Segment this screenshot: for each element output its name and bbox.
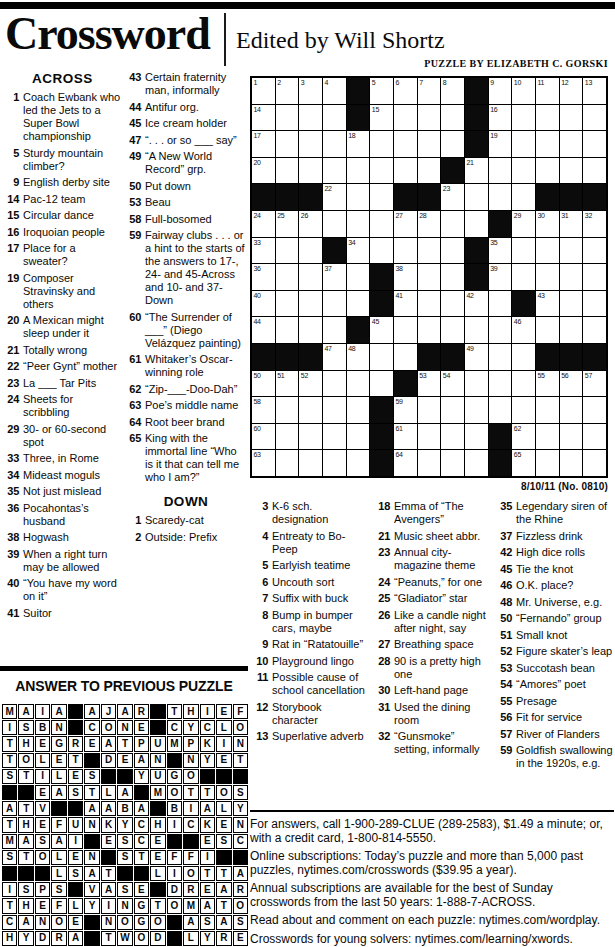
grid-cell[interactable]: 30 xyxy=(536,211,559,237)
grid-cell[interactable] xyxy=(583,158,606,184)
grid-cell[interactable] xyxy=(560,105,583,131)
grid-cell[interactable] xyxy=(418,238,441,264)
grid-cell[interactable] xyxy=(465,371,488,397)
clue-number: 21 xyxy=(4,344,23,357)
clue-text: Like a candle night after night, say xyxy=(394,609,493,635)
grid-cell[interactable] xyxy=(323,105,346,131)
grid-cell[interactable] xyxy=(276,424,299,450)
grid-cell[interactable] xyxy=(394,158,417,184)
clue: 38Hogwash xyxy=(4,531,121,544)
grid-cell[interactable] xyxy=(489,344,512,370)
grid-cell[interactable] xyxy=(465,184,488,210)
grid-cell[interactable] xyxy=(441,424,464,450)
cell-number: 31 xyxy=(561,211,568,220)
grid-cell-black xyxy=(276,344,299,370)
grid-cell[interactable]: 2 xyxy=(276,78,299,104)
grid-cell[interactable] xyxy=(299,291,322,317)
grid-cell[interactable] xyxy=(276,131,299,157)
grid-cell[interactable]: 6 xyxy=(394,78,417,104)
grid-cell[interactable]: 17 xyxy=(252,131,275,157)
grid-cell[interactable] xyxy=(418,291,441,317)
grid-cell[interactable] xyxy=(299,264,322,290)
grid-cell[interactable]: 29 xyxy=(512,211,535,237)
grid-cell[interactable]: 21 xyxy=(465,158,488,184)
grid-cell[interactable] xyxy=(583,131,606,157)
grid-cell[interactable]: 52 xyxy=(299,371,322,397)
grid-cell[interactable]: 44 xyxy=(252,317,275,343)
grid-cell[interactable]: 8 xyxy=(441,78,464,104)
grid-cell[interactable]: 43 xyxy=(536,291,559,317)
clue-text: Left-hand page xyxy=(394,684,493,697)
answer-cell-letter: A xyxy=(101,882,116,897)
grid-cell-black xyxy=(370,291,393,317)
cell-number: 44 xyxy=(254,317,261,326)
grid-cell[interactable] xyxy=(370,184,393,210)
grid-cell[interactable] xyxy=(465,317,488,343)
grid-cell[interactable]: 32 xyxy=(583,211,606,237)
clue-text: “A New World Record” grp. xyxy=(145,150,246,176)
grid-cell[interactable] xyxy=(560,131,583,157)
grid-cell[interactable]: 28 xyxy=(418,211,441,237)
grid-cell[interactable]: 62 xyxy=(512,424,535,450)
grid-cell[interactable] xyxy=(536,397,559,423)
grid-cell[interactable]: 3 xyxy=(299,78,322,104)
clue-number: 62 xyxy=(126,383,145,396)
grid-cell[interactable]: 59 xyxy=(394,397,417,423)
answer-cell-letter: R xyxy=(51,931,66,946)
grid-cell[interactable]: 53 xyxy=(418,371,441,397)
grid-cell[interactable] xyxy=(370,371,393,397)
answer-cell-letter: L xyxy=(35,753,50,768)
answer-cell-letter: E xyxy=(68,850,83,865)
clue-text: Coach Ewbank who led the Jets to a Super… xyxy=(23,91,121,143)
grid-cell[interactable] xyxy=(441,450,464,476)
grid-cell[interactable] xyxy=(489,397,512,423)
grid-cell[interactable] xyxy=(465,397,488,423)
grid-cell[interactable] xyxy=(276,450,299,476)
grid-cell[interactable] xyxy=(512,158,535,184)
grid-cell[interactable] xyxy=(441,317,464,343)
grid-cell[interactable]: 34 xyxy=(347,238,370,264)
grid-cell[interactable] xyxy=(465,211,488,237)
answer-cell-letter: T xyxy=(18,850,33,865)
answer-cell-letter: K xyxy=(200,736,215,751)
grid-cell[interactable] xyxy=(560,291,583,317)
cell-number: 27 xyxy=(395,211,402,220)
grid-cell[interactable]: 60 xyxy=(252,424,275,450)
grid-cell-black xyxy=(560,344,583,370)
clue: 44Antifur org. xyxy=(126,101,246,114)
grid-cell[interactable] xyxy=(276,238,299,264)
grid-cell[interactable] xyxy=(323,424,346,450)
grid-cell[interactable]: 35 xyxy=(489,238,512,264)
grid-cell[interactable] xyxy=(560,424,583,450)
puzzle-date-number: 8/10/11 (No. 0810) xyxy=(521,481,608,492)
grid-cell[interactable]: 16 xyxy=(489,105,512,131)
clue-number: 15 xyxy=(4,209,23,222)
grid-cell[interactable] xyxy=(347,397,370,423)
grid-cell[interactable] xyxy=(299,238,322,264)
answer-cell-black xyxy=(68,882,83,897)
grid-cell[interactable] xyxy=(441,238,464,264)
clue-number: 8 xyxy=(253,609,272,635)
grid-cell[interactable] xyxy=(583,264,606,290)
grid-cell[interactable] xyxy=(536,264,559,290)
grid-cell[interactable] xyxy=(536,450,559,476)
clue-text: Rat in “Ratatouille” xyxy=(272,638,367,651)
grid-cell[interactable] xyxy=(583,291,606,317)
cell-number: 34 xyxy=(348,238,355,247)
grid-cell[interactable]: 38 xyxy=(394,264,417,290)
grid-cell[interactable] xyxy=(394,105,417,131)
grid-cell[interactable]: 54 xyxy=(441,371,464,397)
grid-cell[interactable] xyxy=(394,344,417,370)
clue-text: Sturdy mountain climber? xyxy=(23,147,121,173)
clue-text: Entreaty to Bo-Peep xyxy=(272,530,367,556)
answer-cell-black xyxy=(233,850,248,865)
cell-number: 46 xyxy=(514,317,521,326)
grid-cell[interactable]: 37 xyxy=(323,264,346,290)
answer-cell-letter: E xyxy=(150,850,165,865)
grid-cell[interactable] xyxy=(276,264,299,290)
grid-cell[interactable]: 48 xyxy=(347,344,370,370)
grid-cell[interactable] xyxy=(418,397,441,423)
grid-cell[interactable] xyxy=(536,105,559,131)
clue-text: Uncouth sort xyxy=(272,576,367,589)
grid-cell[interactable] xyxy=(418,317,441,343)
grid-cell[interactable] xyxy=(512,397,535,423)
grid-cell[interactable] xyxy=(441,291,464,317)
grid-cell[interactable]: 55 xyxy=(536,371,559,397)
grid-cell[interactable] xyxy=(489,317,512,343)
grid-cell[interactable] xyxy=(441,131,464,157)
clue-text: Small knot xyxy=(516,629,615,642)
grid-cell[interactable]: 27 xyxy=(394,211,417,237)
answer-cell-letter: G xyxy=(134,898,149,913)
answer-cell-letter: I xyxy=(2,720,17,735)
cell-number: 41 xyxy=(395,291,402,300)
answer-cell-letter: S xyxy=(35,834,50,849)
grid-cell[interactable] xyxy=(536,131,559,157)
answer-cell-black xyxy=(183,834,198,849)
grid-cell[interactable] xyxy=(560,264,583,290)
grid-cell[interactable]: 5 xyxy=(370,78,393,104)
clue: 35Legendary siren of the Rhine xyxy=(497,500,615,526)
clue-text: Possible cause of school cancellation xyxy=(272,671,367,697)
answer-cell-letter: N xyxy=(51,720,66,735)
edited-by-line: Edited by Will Shortz xyxy=(236,26,445,54)
grid-cell[interactable] xyxy=(418,158,441,184)
grid-cell[interactable] xyxy=(441,264,464,290)
clue-text: King with the immortal line “Who is it t… xyxy=(145,432,246,484)
clue-number: 41 xyxy=(4,607,23,620)
answer-cell-letter: A xyxy=(84,801,99,816)
grid-cell[interactable] xyxy=(489,158,512,184)
grid-cell[interactable] xyxy=(536,238,559,264)
grid-cell[interactable] xyxy=(299,450,322,476)
clue-number: 4 xyxy=(253,530,272,556)
grid-cell[interactable]: 14 xyxy=(252,105,275,131)
answer-cell-letter: A xyxy=(51,785,66,800)
grid-cell[interactable]: 13 xyxy=(583,78,606,104)
grid-cell[interactable] xyxy=(276,397,299,423)
grid-cell[interactable]: 15 xyxy=(370,105,393,131)
grid-cell[interactable] xyxy=(418,264,441,290)
clue-text: Earlyish teatime xyxy=(272,559,367,572)
grid-cell[interactable]: 46 xyxy=(512,317,535,343)
grid-cell[interactable] xyxy=(323,291,346,317)
grid-cell[interactable]: 11 xyxy=(536,78,559,104)
grid-cell[interactable]: 51 xyxy=(276,371,299,397)
answer-cell-letter: E xyxy=(101,834,116,849)
grid-cell[interactable]: 9 xyxy=(489,78,512,104)
grid-cell[interactable] xyxy=(299,397,322,423)
grid-cell[interactable]: 26 xyxy=(299,211,322,237)
grid-cell[interactable] xyxy=(347,184,370,210)
grid-cell-black xyxy=(418,344,441,370)
grid-cell[interactable] xyxy=(512,344,535,370)
answer-cell-letter: C xyxy=(233,834,248,849)
answer-cell-letter: E xyxy=(200,834,215,849)
grid-cell[interactable] xyxy=(394,317,417,343)
answer-cell-letter: T xyxy=(68,753,83,768)
grid-cell[interactable] xyxy=(299,317,322,343)
grid-cell[interactable] xyxy=(560,238,583,264)
answer-cell-letter: S xyxy=(84,769,99,784)
clue-number: 27 xyxy=(375,638,394,651)
clue-number: 9 xyxy=(253,638,272,651)
answer-cell-black xyxy=(68,801,83,816)
grid-cell[interactable] xyxy=(465,450,488,476)
grid-cell[interactable] xyxy=(512,105,535,131)
answer-cell-letter: R xyxy=(233,882,248,897)
grid-cell[interactable]: 23 xyxy=(441,184,464,210)
grid-cell[interactable]: 19 xyxy=(489,131,512,157)
grid-cell[interactable] xyxy=(299,105,322,131)
answer-cell-letter: E xyxy=(68,915,83,930)
grid-cell[interactable] xyxy=(347,264,370,290)
grid-cell-black xyxy=(347,78,370,104)
grid-cell[interactable] xyxy=(583,238,606,264)
answer-cell-letter: T xyxy=(150,898,165,913)
grid-cell[interactable]: 25 xyxy=(276,211,299,237)
clue-text: Not just mislead xyxy=(23,485,121,498)
answer-cell-letter: U xyxy=(150,736,165,751)
answer-cell-letter: N xyxy=(183,753,198,768)
grid-cell[interactable] xyxy=(560,397,583,423)
grid-cell[interactable] xyxy=(347,371,370,397)
grid-cell[interactable] xyxy=(276,291,299,317)
grid-cell[interactable] xyxy=(276,158,299,184)
grid-cell[interactable] xyxy=(347,450,370,476)
clue-text: “. . . or so ___ say” xyxy=(145,134,246,147)
grid-cell[interactable] xyxy=(512,184,535,210)
answer-cell-letter: Y xyxy=(84,898,99,913)
clue-number: 11 xyxy=(253,671,272,697)
grid-cell[interactable] xyxy=(418,424,441,450)
grid-cell[interactable] xyxy=(441,397,464,423)
grid-cell[interactable] xyxy=(536,158,559,184)
grid-cell[interactable] xyxy=(536,424,559,450)
grid-cell[interactable] xyxy=(418,131,441,157)
grid-cell[interactable] xyxy=(323,317,346,343)
grid-cell[interactable] xyxy=(276,105,299,131)
clue-number: 49 xyxy=(126,150,145,176)
grid-cell[interactable] xyxy=(394,131,417,157)
answer-cell-letter: N xyxy=(117,720,132,735)
grid-cell[interactable] xyxy=(512,238,535,264)
subscription-info-line: For answers, call 1-900-289-CLUE (289-25… xyxy=(250,818,615,846)
answer-cell-letter: C xyxy=(134,817,149,832)
grid-cell[interactable]: 36 xyxy=(252,264,275,290)
cell-number: 25 xyxy=(277,211,284,220)
grid-cell[interactable]: 63 xyxy=(252,450,275,476)
grid-cell[interactable] xyxy=(276,317,299,343)
grid-cell[interactable] xyxy=(370,344,393,370)
clue-number: 2 xyxy=(126,531,145,544)
grid-cell[interactable]: 65 xyxy=(512,450,535,476)
grid-cell[interactable] xyxy=(323,397,346,423)
grid-cell[interactable]: 18 xyxy=(347,131,370,157)
grid-cell[interactable] xyxy=(583,397,606,423)
cell-number: 12 xyxy=(561,78,568,87)
grid-cell[interactable]: 45 xyxy=(370,317,393,343)
grid-cell[interactable]: 58 xyxy=(252,397,275,423)
answer-cell-letter: B xyxy=(35,720,50,735)
grid-cell[interactable] xyxy=(347,424,370,450)
grid-cell[interactable] xyxy=(370,211,393,237)
grid-cell[interactable]: 64 xyxy=(394,450,417,476)
grid-cell[interactable] xyxy=(512,131,535,157)
answer-cell-black xyxy=(200,769,215,784)
grid-cell[interactable] xyxy=(418,450,441,476)
cell-number: 22 xyxy=(324,184,331,193)
grid-cell[interactable] xyxy=(347,158,370,184)
grid-cell[interactable]: 57 xyxy=(583,371,606,397)
grid-cell[interactable] xyxy=(299,424,322,450)
grid-cell[interactable] xyxy=(489,291,512,317)
grid-cell[interactable] xyxy=(323,131,346,157)
grid-cell[interactable] xyxy=(299,131,322,157)
grid-cell[interactable] xyxy=(583,105,606,131)
previous-puzzle-answer-grid: MAIAAJARTHIEFISBNCONECYCLOTHEGREATPUMPKI… xyxy=(2,704,248,946)
grid-cell[interactable] xyxy=(441,211,464,237)
grid-cell[interactable] xyxy=(536,317,559,343)
grid-cell[interactable]: 47 xyxy=(323,344,346,370)
grid-cell[interactable] xyxy=(418,105,441,131)
clue-text: “Zip-___-Doo-Dah” xyxy=(145,383,246,396)
grid-cell[interactable]: 24 xyxy=(252,211,275,237)
clue-number: 6 xyxy=(253,576,272,589)
grid-cell[interactable] xyxy=(583,317,606,343)
grid-cell[interactable] xyxy=(583,450,606,476)
cell-number: 65 xyxy=(514,450,521,459)
grid-cell[interactable]: 20 xyxy=(252,158,275,184)
grid-cell[interactable] xyxy=(370,158,393,184)
grid-cell[interactable]: 31 xyxy=(560,211,583,237)
answer-cell-letter: S xyxy=(216,834,231,849)
answer-cell-letter: A xyxy=(117,785,132,800)
cell-number: 64 xyxy=(395,450,402,459)
cell-number: 52 xyxy=(301,371,308,380)
clue: 1Coach Ewbank who led the Jets to a Supe… xyxy=(4,91,121,143)
grid-cell[interactable] xyxy=(394,238,417,264)
grid-cell[interactable] xyxy=(441,105,464,131)
grid-cell[interactable] xyxy=(370,238,393,264)
clue-text: River of Flanders xyxy=(516,728,615,741)
clue-number: 40 xyxy=(4,577,23,603)
grid-cell[interactable] xyxy=(347,211,370,237)
grid-cell[interactable]: 49 xyxy=(465,344,488,370)
answer-cell-black xyxy=(18,785,33,800)
answer-cell-letter: O xyxy=(167,785,182,800)
grid-cell[interactable]: 10 xyxy=(512,78,535,104)
grid-cell[interactable] xyxy=(560,450,583,476)
cell-number: 15 xyxy=(372,105,379,114)
grid-cell[interactable] xyxy=(323,158,346,184)
clue-number: 64 xyxy=(126,416,145,429)
grid-cell[interactable] xyxy=(323,450,346,476)
grid-cell[interactable] xyxy=(489,184,512,210)
answer-cell-black xyxy=(35,866,50,881)
clue-text: Succotash bean xyxy=(516,662,615,675)
grid-cell[interactable]: 22 xyxy=(323,184,346,210)
clue-number: 19 xyxy=(4,272,23,311)
grid-cell[interactable]: 40 xyxy=(252,291,275,317)
grid-cell[interactable]: 4 xyxy=(323,78,346,104)
grid-cell[interactable] xyxy=(370,131,393,157)
cell-number: 8 xyxy=(443,78,447,87)
cell-number: 43 xyxy=(537,291,544,300)
grid-cell[interactable] xyxy=(512,264,535,290)
crossword-grid: 1234567891011121314151617181920212223242… xyxy=(250,76,608,478)
clue-text: Fairway clubs . . . or a hint to the sta… xyxy=(145,229,246,307)
grid-cell[interactable]: 1 xyxy=(252,78,275,104)
grid-cell[interactable] xyxy=(323,211,346,237)
grid-cell[interactable]: 39 xyxy=(489,264,512,290)
clue: 21Totally wrong xyxy=(4,344,121,357)
grid-cell[interactable] xyxy=(489,371,512,397)
grid-cell[interactable] xyxy=(560,158,583,184)
grid-cell[interactable]: 56 xyxy=(560,371,583,397)
grid-cell[interactable]: 7 xyxy=(418,78,441,104)
clue-text: Composer Stravinsky and others xyxy=(23,272,121,311)
clue-number: 53 xyxy=(126,196,145,209)
answer-cell-letter: M xyxy=(167,736,182,751)
grid-cell-black xyxy=(583,184,606,210)
grid-cell[interactable] xyxy=(347,291,370,317)
grid-cell[interactable] xyxy=(512,371,535,397)
grid-cell[interactable]: 41 xyxy=(394,291,417,317)
clue-number: 37 xyxy=(497,530,516,543)
cell-number: 7 xyxy=(419,78,423,87)
answer-cell-letter: L xyxy=(51,769,66,784)
grid-cell[interactable]: 33 xyxy=(252,238,275,264)
answer-cell-black xyxy=(84,753,99,768)
grid-cell[interactable]: 12 xyxy=(560,78,583,104)
grid-cell[interactable]: 50 xyxy=(252,371,275,397)
grid-cell[interactable] xyxy=(323,371,346,397)
answer-cell-letter: N xyxy=(84,817,99,832)
grid-cell[interactable]: 42 xyxy=(465,291,488,317)
grid-cell[interactable]: 61 xyxy=(394,424,417,450)
grid-cell[interactable] xyxy=(465,424,488,450)
grid-cell[interactable] xyxy=(560,317,583,343)
grid-cell[interactable] xyxy=(299,158,322,184)
grid-cell[interactable] xyxy=(583,424,606,450)
clue-text: Tie the knot xyxy=(516,563,615,576)
answer-cell-letter: O xyxy=(233,898,248,913)
